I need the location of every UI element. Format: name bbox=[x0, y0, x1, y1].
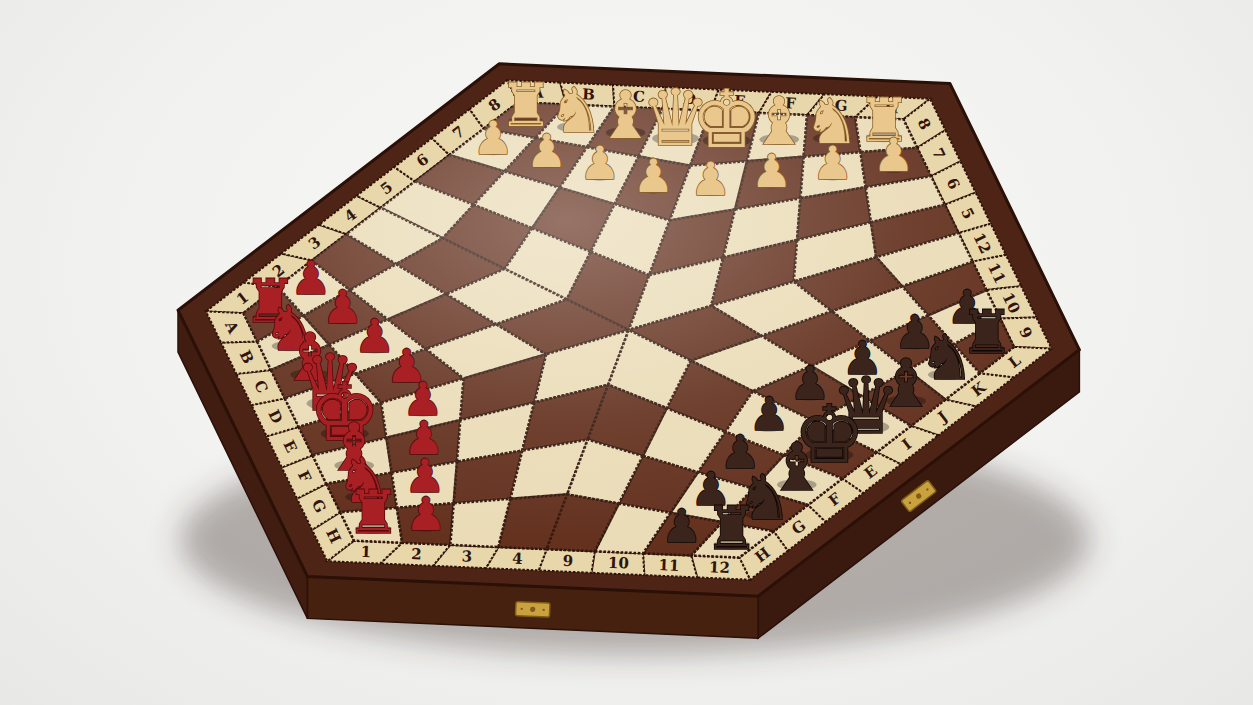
coordinate-label: 11 bbox=[658, 556, 680, 575]
white-pawn: ♟ bbox=[690, 152, 731, 206]
black-rook: ♜ bbox=[705, 493, 759, 563]
three-player-chess-product-photo: 12345678ABCDEFGH87651211109LKJIEFGH12111… bbox=[0, 0, 1253, 705]
red-pawn: ♟ bbox=[405, 487, 446, 541]
white-pawn: ♟ bbox=[873, 128, 914, 182]
white-pawn: ♟ bbox=[751, 144, 792, 198]
white-pawn: ♟ bbox=[812, 136, 853, 190]
coordinate-label: 9 bbox=[562, 552, 573, 570]
coordinate-label: 2 bbox=[411, 545, 422, 563]
three-player-chess-board: 12345678ABCDEFGH87651211109LKJIEFGH12111… bbox=[0, 0, 1253, 705]
white-pawn: ♟ bbox=[526, 124, 567, 178]
black-pawn: ♟ bbox=[661, 499, 702, 553]
white-pawn: ♟ bbox=[579, 136, 620, 190]
brass-clasp bbox=[515, 602, 550, 617]
red-rook: ♜ bbox=[346, 477, 400, 547]
coordinate-label: 10 bbox=[608, 554, 630, 573]
white-pawn: ♟ bbox=[473, 111, 514, 165]
white-pawn: ♟ bbox=[633, 149, 674, 203]
coordinate-label: 3 bbox=[461, 547, 472, 565]
coordinate-label: 4 bbox=[512, 549, 523, 567]
